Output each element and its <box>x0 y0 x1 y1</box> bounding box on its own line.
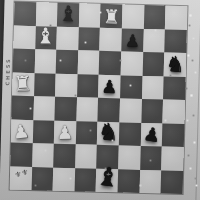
square-a5[interactable]: ♜ <box>12 72 34 96</box>
square-h8[interactable] <box>165 6 187 30</box>
square-a6[interactable] <box>13 49 35 73</box>
black-knight-h6[interactable]: ♞ <box>165 52 186 75</box>
square-a3[interactable]: ♟ <box>11 119 33 143</box>
board-frame: CHESS ♝♜♝♟♞♜♟♟♟♞♟♝ ⚜⚜ <box>0 0 200 200</box>
square-b6[interactable] <box>34 49 56 73</box>
square-e6[interactable] <box>99 51 121 75</box>
square-c1[interactable] <box>53 167 75 191</box>
square-g5[interactable] <box>142 75 164 99</box>
square-b8[interactable] <box>36 2 58 26</box>
square-g1[interactable] <box>139 169 161 193</box>
square-a7[interactable] <box>13 25 35 49</box>
square-b7[interactable]: ♝ <box>35 26 57 50</box>
square-b4[interactable] <box>33 96 55 120</box>
square-b1[interactable] <box>31 167 53 191</box>
black-knight-e3[interactable]: ♞ <box>98 120 120 144</box>
square-d4[interactable] <box>76 97 98 121</box>
square-e5[interactable]: ♟ <box>98 74 120 98</box>
square-f6[interactable] <box>121 51 143 75</box>
square-c5[interactable] <box>55 73 77 97</box>
square-h7[interactable] <box>164 29 186 53</box>
square-e3[interactable]: ♞ <box>97 121 119 145</box>
square-f7[interactable]: ♟ <box>121 28 143 52</box>
square-e1[interactable]: ♝ <box>96 168 118 192</box>
square-c2[interactable] <box>53 144 75 168</box>
square-d7[interactable] <box>78 27 100 51</box>
white-bishop-b7[interactable]: ♝ <box>36 26 56 48</box>
black-pawn-g3[interactable]: ♟ <box>143 125 162 146</box>
white-rook-a5[interactable]: ♜ <box>13 73 33 95</box>
square-e7[interactable] <box>100 27 122 51</box>
square-g4[interactable] <box>141 99 163 123</box>
square-f1[interactable] <box>118 169 140 193</box>
square-f2[interactable] <box>118 145 140 169</box>
square-a8[interactable] <box>14 2 36 26</box>
square-g6[interactable] <box>142 52 164 76</box>
square-g8[interactable] <box>143 5 165 29</box>
square-d8[interactable] <box>79 3 101 27</box>
square-h6[interactable]: ♞ <box>164 53 186 77</box>
dust-speckles-dark <box>0 0 1 1</box>
square-f8[interactable] <box>122 4 144 28</box>
square-h1[interactable] <box>161 170 183 194</box>
square-c4[interactable] <box>55 97 77 121</box>
square-b5[interactable] <box>34 73 56 97</box>
board-fold-line <box>195 0 200 200</box>
square-f5[interactable] <box>120 75 142 99</box>
square-d3[interactable] <box>76 121 98 145</box>
white-rook-e8[interactable]: ♜ <box>103 6 121 25</box>
square-h5[interactable] <box>163 76 185 100</box>
square-f4[interactable] <box>119 98 141 122</box>
square-c3[interactable]: ♟ <box>54 120 76 144</box>
square-h2[interactable] <box>161 147 183 171</box>
square-a2[interactable] <box>10 143 32 167</box>
square-g3[interactable]: ♟ <box>140 122 162 146</box>
square-d2[interactable] <box>75 144 97 168</box>
square-a4[interactable] <box>11 96 33 120</box>
square-b2[interactable] <box>32 143 54 167</box>
board-grid: ♝♜♝♟♞♜♟♟♟♞♟♝ <box>10 2 188 194</box>
chessboard-photo: CHESS ♝♜♝♟♞♜♟♟♟♞♟♝ ⚜⚜ <box>0 0 200 200</box>
dust-speckles-light <box>0 0 1 1</box>
square-c7[interactable] <box>56 26 78 50</box>
square-h3[interactable] <box>162 123 184 147</box>
square-d1[interactable] <box>74 168 96 192</box>
square-c8[interactable]: ♝ <box>57 3 79 27</box>
black-pawn-f7[interactable]: ♟ <box>125 33 141 50</box>
square-g2[interactable] <box>140 146 162 170</box>
square-f3[interactable] <box>119 122 141 146</box>
square-e8[interactable]: ♜ <box>100 4 122 28</box>
square-h4[interactable] <box>163 100 185 124</box>
white-pawn-a3[interactable]: ♟ <box>12 122 31 142</box>
square-d6[interactable] <box>77 50 99 74</box>
square-c6[interactable] <box>56 50 78 74</box>
black-pawn-e5[interactable]: ♟ <box>101 78 118 96</box>
square-b3[interactable] <box>32 120 54 144</box>
white-pawn-c3[interactable]: ♟ <box>56 124 73 143</box>
black-bishop-c8[interactable]: ♝ <box>59 3 78 24</box>
square-d5[interactable] <box>77 74 99 98</box>
square-g7[interactable] <box>143 28 165 52</box>
